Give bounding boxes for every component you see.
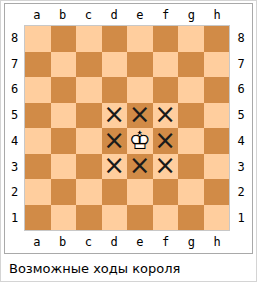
file-label-e: e	[127, 4, 153, 25]
file-label-a: a	[24, 231, 50, 253]
caption: Возможные ходы короля	[1, 255, 256, 282]
file-label-f: f	[153, 4, 179, 25]
square-c3	[76, 154, 102, 180]
file-label-f: f	[153, 231, 179, 253]
square-f8	[153, 26, 179, 52]
square-h1	[204, 205, 230, 231]
square-g7	[178, 52, 204, 78]
square-a7	[25, 52, 51, 78]
square-a3	[25, 154, 51, 180]
square-h8	[204, 26, 230, 52]
file-label-g: g	[179, 4, 205, 25]
square-c4	[76, 128, 102, 154]
file-label-c: c	[76, 4, 102, 25]
square-f3: ×	[153, 154, 179, 180]
file-label-b: b	[50, 231, 76, 253]
rank-label-1: 1	[5, 205, 24, 231]
rank-label-5: 5	[5, 102, 24, 128]
rank-label-2: 2	[230, 180, 252, 206]
square-e1	[127, 205, 153, 231]
square-h7	[204, 52, 230, 78]
square-f1	[153, 205, 179, 231]
square-h6	[204, 77, 230, 103]
square-g8	[178, 26, 204, 52]
square-c8	[76, 26, 102, 52]
file-label-b: b	[50, 4, 76, 25]
square-f5: ×	[153, 103, 179, 129]
rank-label-5: 5	[230, 102, 252, 128]
square-d8	[102, 26, 128, 52]
square-b2	[51, 179, 77, 205]
file-label-c: c	[76, 231, 102, 253]
square-f7	[153, 52, 179, 78]
diagram-frame: abcdefgh 87654321 ××××♚♔×××× 87654321 ab…	[0, 0, 257, 282]
file-label-a: a	[24, 4, 50, 25]
square-c5	[76, 103, 102, 129]
square-f4: ×	[153, 128, 179, 154]
square-a8	[25, 26, 51, 52]
square-d4: ×	[102, 128, 128, 154]
move-mark-e5: ×	[129, 103, 151, 128]
rank-label-3: 3	[5, 154, 24, 180]
move-mark-f3: ×	[154, 154, 176, 179]
square-h2	[204, 179, 230, 205]
square-g3	[178, 154, 204, 180]
square-e4: ♚♔	[127, 128, 153, 154]
file-label-e: e	[127, 231, 153, 253]
square-c1	[76, 205, 102, 231]
move-mark-d4: ×	[103, 128, 125, 153]
white-king: ♚♔	[129, 128, 151, 153]
square-h5	[204, 103, 230, 129]
rank-label-4: 4	[5, 128, 24, 154]
file-label-d: d	[101, 4, 127, 25]
move-mark-e3: ×	[129, 154, 151, 179]
square-g5	[178, 103, 204, 129]
file-label-h: h	[204, 231, 230, 253]
move-mark-d3: ×	[103, 154, 125, 179]
square-e6	[127, 77, 153, 103]
square-d3: ×	[102, 154, 128, 180]
square-a6	[25, 77, 51, 103]
square-a1	[25, 205, 51, 231]
file-labels-bottom: abcdefgh	[24, 231, 230, 253]
rank-label-7: 7	[230, 51, 252, 77]
rank-label-8: 8	[230, 25, 252, 51]
corner-bottom-left	[5, 231, 24, 253]
corner-bottom-right	[230, 231, 252, 253]
square-d2	[102, 179, 128, 205]
square-a5	[25, 103, 51, 129]
square-d6	[102, 77, 128, 103]
rank-label-1: 1	[230, 205, 252, 231]
square-e8	[127, 26, 153, 52]
square-c2	[76, 179, 102, 205]
square-d1	[102, 205, 128, 231]
rank-labels-right: 87654321	[230, 25, 252, 231]
square-e7	[127, 52, 153, 78]
corner-top-right	[230, 4, 252, 25]
rank-label-3: 3	[230, 154, 252, 180]
rank-label-4: 4	[230, 128, 252, 154]
square-c6	[76, 77, 102, 103]
square-e2	[127, 179, 153, 205]
square-d5: ×	[102, 103, 128, 129]
square-h3	[204, 154, 230, 180]
move-mark-d5: ×	[103, 103, 125, 128]
move-mark-f4: ×	[154, 128, 176, 153]
square-b1	[51, 205, 77, 231]
rank-label-6: 6	[5, 77, 24, 103]
square-d7	[102, 52, 128, 78]
square-g2	[178, 179, 204, 205]
square-g6	[178, 77, 204, 103]
square-c7	[76, 52, 102, 78]
square-e3: ×	[127, 154, 153, 180]
file-labels-top: abcdefgh	[24, 4, 230, 25]
square-b4	[51, 128, 77, 154]
square-b6	[51, 77, 77, 103]
rank-label-7: 7	[5, 51, 24, 77]
rank-label-6: 6	[230, 77, 252, 103]
square-e5: ×	[127, 103, 153, 129]
square-g1	[178, 205, 204, 231]
corner-top-left	[5, 4, 24, 25]
file-label-h: h	[204, 4, 230, 25]
square-f6	[153, 77, 179, 103]
square-b5	[51, 103, 77, 129]
rank-labels-left: 87654321	[5, 25, 24, 231]
rank-label-8: 8	[5, 25, 24, 51]
rank-label-2: 2	[5, 180, 24, 206]
square-b3	[51, 154, 77, 180]
square-f2	[153, 179, 179, 205]
move-mark-f5: ×	[154, 103, 176, 128]
square-h4	[204, 128, 230, 154]
board-box: abcdefgh 87654321 ××××♚♔×××× 87654321 ab…	[4, 3, 253, 254]
square-g4	[178, 128, 204, 154]
square-a4	[25, 128, 51, 154]
file-label-d: d	[101, 231, 127, 253]
square-b7	[51, 52, 77, 78]
chess-board: ××××♚♔××××	[24, 25, 230, 231]
square-a2	[25, 179, 51, 205]
square-b8	[51, 26, 77, 52]
file-label-g: g	[179, 231, 205, 253]
